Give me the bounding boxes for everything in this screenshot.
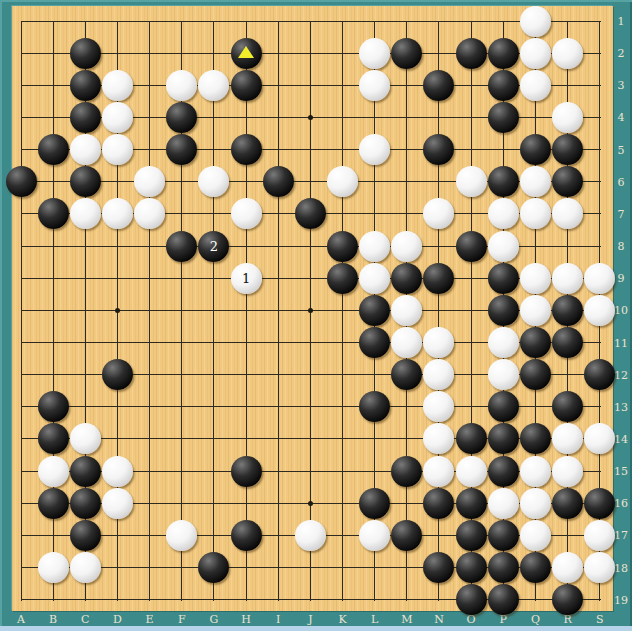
stone-H3-black[interactable] (231, 70, 262, 101)
grid-line-horizontal-1 (21, 21, 601, 22)
stone-O6-white[interactable] (456, 166, 487, 197)
stone-P15-black[interactable] (488, 456, 519, 487)
stone-F4-black[interactable] (166, 102, 197, 133)
stone-D3-white[interactable] (102, 70, 133, 101)
move-number-label-G8: 2 (210, 240, 218, 253)
stone-K8-black[interactable] (327, 231, 358, 262)
star-point-D10 (115, 308, 120, 313)
col-label-S: S (596, 614, 604, 625)
col-label-L: L (371, 614, 378, 625)
stone-F3-white[interactable] (166, 70, 197, 101)
stone-P14-black[interactable] (488, 423, 519, 454)
stone-R9-white[interactable] (552, 263, 583, 294)
stone-C6-black[interactable] (70, 166, 101, 197)
stone-L10-black[interactable] (359, 295, 390, 326)
stone-C4-black[interactable] (70, 102, 101, 133)
stone-N9-black[interactable] (423, 263, 454, 294)
stone-M9-black[interactable] (391, 263, 422, 294)
stone-P17-black[interactable] (488, 520, 519, 551)
grid-line-vertical-A (21, 21, 22, 601)
stone-R15-white[interactable] (552, 456, 583, 487)
triangle-marker-icon (238, 46, 254, 58)
col-label-B: B (49, 614, 57, 625)
col-label-A: A (17, 614, 25, 625)
stone-G3-white[interactable] (198, 70, 229, 101)
stone-C7-white[interactable] (70, 198, 101, 229)
stone-L17-white[interactable] (359, 520, 390, 551)
stone-P16-white[interactable] (488, 488, 519, 519)
row-label-19: 19 (614, 594, 628, 605)
stone-D15-white[interactable] (102, 456, 133, 487)
stone-O2-black[interactable] (456, 38, 487, 69)
stone-O19-black[interactable] (456, 584, 487, 615)
stone-O18-black[interactable] (456, 552, 487, 583)
stone-H2-black[interactable] (231, 38, 262, 69)
row-label-9: 9 (618, 273, 625, 284)
stone-Q12-black[interactable] (520, 359, 551, 390)
stone-B16-black[interactable] (38, 488, 69, 519)
stone-R4-white[interactable] (552, 102, 583, 133)
stone-F17-white[interactable] (166, 520, 197, 551)
stone-M8-white[interactable] (391, 231, 422, 262)
stone-S10-white[interactable] (584, 295, 615, 326)
col-label-O: O (467, 614, 476, 625)
stone-O8-black[interactable] (456, 231, 487, 262)
stone-S17-white[interactable] (584, 520, 615, 551)
stone-P18-black[interactable] (488, 552, 519, 583)
stone-Q15-white[interactable] (520, 456, 551, 487)
grid-line-vertical-K (342, 21, 343, 601)
row-label-8: 8 (618, 241, 625, 252)
stone-L2-white[interactable] (359, 38, 390, 69)
stone-H17-black[interactable] (231, 520, 262, 551)
stone-D5-white[interactable] (102, 134, 133, 165)
row-label-18: 18 (614, 562, 628, 573)
star-point-J4 (308, 115, 313, 120)
stone-L9-white[interactable] (359, 263, 390, 294)
row-label-12: 12 (614, 369, 628, 380)
col-label-C: C (81, 614, 89, 625)
stone-C16-black[interactable] (70, 488, 101, 519)
stone-Q2-white[interactable] (520, 38, 551, 69)
stone-C15-black[interactable] (70, 456, 101, 487)
stone-H7-white[interactable] (231, 198, 262, 229)
stone-Q5-black[interactable] (520, 134, 551, 165)
stone-O14-black[interactable] (456, 423, 487, 454)
col-label-D: D (113, 614, 122, 625)
stone-B5-black[interactable] (38, 134, 69, 165)
stone-J17-white[interactable] (295, 520, 326, 551)
stone-H5-black[interactable] (231, 134, 262, 165)
row-label-3: 3 (618, 80, 625, 91)
stone-A6-black[interactable] (6, 166, 37, 197)
stone-Q9-white[interactable] (520, 263, 551, 294)
stone-H15-black[interactable] (231, 456, 262, 487)
stone-R5-black[interactable] (552, 134, 583, 165)
stone-Q1-white[interactable] (520, 6, 551, 37)
stone-P3-black[interactable] (488, 70, 519, 101)
stone-R10-black[interactable] (552, 295, 583, 326)
move-number-label-H9: 1 (242, 272, 250, 285)
col-label-J: J (308, 614, 312, 625)
grid-line-vertical-E (149, 21, 150, 601)
window-bottom-strip (0, 626, 632, 631)
stone-R2-white[interactable] (552, 38, 583, 69)
stone-P7-white[interactable] (488, 198, 519, 229)
stone-F8-black[interactable] (166, 231, 197, 262)
stone-R11-black[interactable] (552, 327, 583, 358)
stone-B7-black[interactable] (38, 198, 69, 229)
stone-D12-black[interactable] (102, 359, 133, 390)
col-label-Q: Q (531, 614, 540, 625)
stone-P2-black[interactable] (488, 38, 519, 69)
stone-B13-black[interactable] (38, 391, 69, 422)
go-board-frame: ABCDEFGHIJKLMNOPQRS123456789101112131415… (0, 0, 632, 631)
row-label-17: 17 (614, 530, 628, 541)
star-point-J16 (308, 501, 313, 506)
stone-B15-white[interactable] (38, 456, 69, 487)
col-label-M: M (401, 614, 412, 625)
stone-M17-black[interactable] (391, 520, 422, 551)
row-label-5: 5 (618, 144, 625, 155)
stone-P19-black[interactable] (488, 584, 519, 615)
col-label-F: F (178, 614, 186, 625)
stone-Q11-black[interactable] (520, 327, 551, 358)
stone-M10-white[interactable] (391, 295, 422, 326)
stone-P9-black[interactable] (488, 263, 519, 294)
stone-L3-white[interactable] (359, 70, 390, 101)
row-label-7: 7 (618, 208, 625, 219)
stone-P11-white[interactable] (488, 327, 519, 358)
stone-Q3-white[interactable] (520, 70, 551, 101)
col-label-H: H (241, 614, 251, 625)
row-label-16: 16 (614, 498, 628, 509)
stone-C5-white[interactable] (70, 134, 101, 165)
row-label-14: 14 (614, 433, 628, 444)
stone-G8-black[interactable]: 2 (198, 231, 229, 262)
stone-M2-black[interactable] (391, 38, 422, 69)
stone-K9-black[interactable] (327, 263, 358, 294)
stone-C17-black[interactable] (70, 520, 101, 551)
grid-line-vertical-H (246, 21, 247, 601)
stone-M15-black[interactable] (391, 456, 422, 487)
stone-P13-black[interactable] (488, 391, 519, 422)
col-label-I: I (276, 614, 280, 625)
stone-R18-white[interactable] (552, 552, 583, 583)
row-label-11: 11 (614, 337, 628, 348)
stone-L16-black[interactable] (359, 488, 390, 519)
grid-line-vertical-G (213, 21, 214, 601)
stone-L11-black[interactable] (359, 327, 390, 358)
stone-D16-white[interactable] (102, 488, 133, 519)
grid-line-vertical-I (278, 21, 279, 601)
stone-O16-black[interactable] (456, 488, 487, 519)
stone-P12-white[interactable] (488, 359, 519, 390)
col-label-E: E (146, 614, 154, 625)
row-label-15: 15 (614, 466, 628, 477)
stone-O15-white[interactable] (456, 456, 487, 487)
stone-Q16-white[interactable] (520, 488, 551, 519)
stone-S9-white[interactable] (584, 263, 615, 294)
row-label-1: 1 (618, 16, 625, 27)
stone-N15-white[interactable] (423, 456, 454, 487)
row-label-6: 6 (618, 176, 625, 187)
stone-L8-white[interactable] (359, 231, 390, 262)
col-label-N: N (434, 614, 444, 625)
stone-P8-white[interactable] (488, 231, 519, 262)
stone-H9-white[interactable]: 1 (231, 263, 262, 294)
stone-Q17-white[interactable] (520, 520, 551, 551)
stone-P10-black[interactable] (488, 295, 519, 326)
stone-N16-black[interactable] (423, 488, 454, 519)
stone-C3-black[interactable] (70, 70, 101, 101)
stone-I6-black[interactable] (263, 166, 294, 197)
stone-P6-black[interactable] (488, 166, 519, 197)
col-label-R: R (563, 614, 571, 625)
stone-R16-black[interactable] (552, 488, 583, 519)
col-label-K: K (338, 614, 346, 625)
col-label-P: P (500, 614, 507, 625)
stone-Q18-black[interactable] (520, 552, 551, 583)
star-point-J10 (308, 308, 313, 313)
stone-S16-black[interactable] (584, 488, 615, 519)
row-label-10: 10 (614, 305, 628, 316)
stone-C2-black[interactable] (70, 38, 101, 69)
row-label-2: 2 (618, 48, 625, 59)
stone-Q10-white[interactable] (520, 295, 551, 326)
stone-B18-white[interactable] (38, 552, 69, 583)
row-label-4: 4 (618, 112, 625, 123)
stone-O17-black[interactable] (456, 520, 487, 551)
stone-P4-black[interactable] (488, 102, 519, 133)
col-label-G: G (209, 614, 218, 625)
stone-C18-white[interactable] (70, 552, 101, 583)
stone-B14-black[interactable] (38, 423, 69, 454)
row-label-13: 13 (614, 401, 628, 412)
stone-Q6-white[interactable] (520, 166, 551, 197)
stone-D4-white[interactable] (102, 102, 133, 133)
